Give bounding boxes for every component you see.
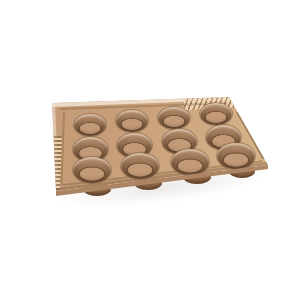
product-photo xyxy=(0,0,300,300)
muffin-cup-r1c3 xyxy=(158,107,190,129)
muffin-cup-r3c4 xyxy=(217,143,255,169)
muffin-cup-r3c1 xyxy=(73,157,111,183)
muffin-cup-r3c2 xyxy=(121,153,159,179)
muffin-cup-r1c4 xyxy=(200,103,232,125)
muffin-cup-r3c3 xyxy=(171,149,209,175)
left-rim-groove xyxy=(60,112,64,185)
muffin-cup-r1c1 xyxy=(74,114,106,136)
muffin-cup-r1c2 xyxy=(116,110,148,132)
